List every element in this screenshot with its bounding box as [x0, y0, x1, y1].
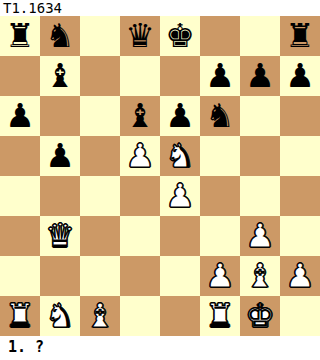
- square-g5[interactable]: [240, 136, 280, 176]
- square-g4[interactable]: [240, 176, 280, 216]
- square-b6[interactable]: [40, 96, 80, 136]
- square-f1[interactable]: ♜: [200, 296, 240, 336]
- black-rook: ♜: [5, 16, 35, 56]
- black-rook: ♜: [285, 16, 315, 56]
- square-g7[interactable]: ♟: [240, 56, 280, 96]
- chess-board: ♜♞♛♚♜♝♟♟♟♟♝♟♞♟♟♞♟♛♟♟♝♟♜♞♝♜♚: [0, 16, 320, 336]
- square-a3[interactable]: [0, 216, 40, 256]
- white-queen: ♛: [45, 216, 75, 256]
- square-c8[interactable]: [80, 16, 120, 56]
- square-d3[interactable]: [120, 216, 160, 256]
- square-e2[interactable]: [160, 256, 200, 296]
- square-a1[interactable]: ♜: [0, 296, 40, 336]
- square-e8[interactable]: ♚: [160, 16, 200, 56]
- square-g3[interactable]: ♟: [240, 216, 280, 256]
- white-bishop: ♝: [85, 296, 115, 336]
- white-pawn: ♟: [245, 216, 275, 256]
- square-b2[interactable]: [40, 256, 80, 296]
- square-c7[interactable]: [80, 56, 120, 96]
- white-pawn: ♟: [285, 256, 315, 296]
- black-pawn: ♟: [45, 136, 75, 176]
- black-knight: ♞: [45, 16, 75, 56]
- square-f8[interactable]: [200, 16, 240, 56]
- square-b5[interactable]: ♟: [40, 136, 80, 176]
- square-g8[interactable]: [240, 16, 280, 56]
- puzzle-id: T1.1634: [0, 0, 320, 16]
- square-c4[interactable]: [80, 176, 120, 216]
- chess-puzzle-page: T1.1634 ♜♞♛♚♜♝♟♟♟♟♝♟♞♟♟♞♟♛♟♟♝♟♜♞♝♜♚ 1. ?: [0, 0, 320, 360]
- square-e3[interactable]: [160, 216, 200, 256]
- white-king: ♚: [245, 296, 275, 336]
- square-b7[interactable]: ♝: [40, 56, 80, 96]
- white-knight: ♞: [165, 136, 195, 176]
- square-h7[interactable]: ♟: [280, 56, 320, 96]
- white-rook: ♜: [205, 296, 235, 336]
- black-pawn: ♟: [285, 56, 315, 96]
- square-b3[interactable]: ♛: [40, 216, 80, 256]
- square-b8[interactable]: ♞: [40, 16, 80, 56]
- square-f3[interactable]: [200, 216, 240, 256]
- square-g1[interactable]: ♚: [240, 296, 280, 336]
- square-d7[interactable]: [120, 56, 160, 96]
- square-f2[interactable]: ♟: [200, 256, 240, 296]
- square-h4[interactable]: [280, 176, 320, 216]
- black-knight: ♞: [205, 96, 235, 136]
- white-pawn: ♟: [125, 136, 155, 176]
- square-d2[interactable]: [120, 256, 160, 296]
- square-g2[interactable]: ♝: [240, 256, 280, 296]
- square-a7[interactable]: [0, 56, 40, 96]
- black-pawn: ♟: [5, 96, 35, 136]
- white-pawn: ♟: [165, 176, 195, 216]
- square-d5[interactable]: ♟: [120, 136, 160, 176]
- square-f6[interactable]: ♞: [200, 96, 240, 136]
- move-prompt: 1. ?: [0, 336, 320, 360]
- square-g6[interactable]: [240, 96, 280, 136]
- square-a2[interactable]: [0, 256, 40, 296]
- square-e5[interactable]: ♞: [160, 136, 200, 176]
- square-h2[interactable]: ♟: [280, 256, 320, 296]
- square-e7[interactable]: [160, 56, 200, 96]
- square-c1[interactable]: ♝: [80, 296, 120, 336]
- black-queen: ♛: [125, 16, 155, 56]
- square-c5[interactable]: [80, 136, 120, 176]
- white-rook: ♜: [5, 296, 35, 336]
- square-d4[interactable]: [120, 176, 160, 216]
- black-pawn: ♟: [165, 96, 195, 136]
- square-h8[interactable]: ♜: [280, 16, 320, 56]
- square-c2[interactable]: [80, 256, 120, 296]
- white-pawn: ♟: [205, 256, 235, 296]
- square-d8[interactable]: ♛: [120, 16, 160, 56]
- square-h6[interactable]: [280, 96, 320, 136]
- black-pawn: ♟: [245, 56, 275, 96]
- black-bishop: ♝: [125, 96, 155, 136]
- square-c3[interactable]: [80, 216, 120, 256]
- white-knight: ♞: [45, 296, 75, 336]
- square-f4[interactable]: [200, 176, 240, 216]
- square-h3[interactable]: [280, 216, 320, 256]
- white-bishop: ♝: [245, 256, 275, 296]
- square-f7[interactable]: ♟: [200, 56, 240, 96]
- square-e6[interactable]: ♟: [160, 96, 200, 136]
- square-h5[interactable]: [280, 136, 320, 176]
- square-c6[interactable]: [80, 96, 120, 136]
- square-a8[interactable]: ♜: [0, 16, 40, 56]
- square-e4[interactable]: ♟: [160, 176, 200, 216]
- square-d1[interactable]: [120, 296, 160, 336]
- black-king: ♚: [165, 16, 195, 56]
- square-a4[interactable]: [0, 176, 40, 216]
- square-a6[interactable]: ♟: [0, 96, 40, 136]
- square-d6[interactable]: ♝: [120, 96, 160, 136]
- square-h1[interactable]: [280, 296, 320, 336]
- square-f5[interactable]: [200, 136, 240, 176]
- square-b1[interactable]: ♞: [40, 296, 80, 336]
- square-e1[interactable]: [160, 296, 200, 336]
- black-pawn: ♟: [205, 56, 235, 96]
- square-a5[interactable]: [0, 136, 40, 176]
- square-b4[interactable]: [40, 176, 80, 216]
- black-bishop: ♝: [45, 56, 75, 96]
